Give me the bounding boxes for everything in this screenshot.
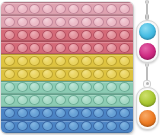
popit-bubble xyxy=(29,17,40,27)
popit-bubble xyxy=(68,4,79,14)
popit-bubble xyxy=(106,121,117,131)
product-photo xyxy=(0,0,160,135)
popit-row-7-mint xyxy=(1,81,133,94)
popit-bubble xyxy=(106,82,117,92)
popit-bubble xyxy=(81,30,92,40)
popit-bubble xyxy=(17,4,28,14)
popit-row-1-pink xyxy=(1,2,133,15)
popit-bubble xyxy=(106,4,117,14)
keychain-chain-bead xyxy=(145,0,149,4)
popit-bubble xyxy=(68,121,79,131)
popit-bubble xyxy=(119,17,130,27)
popit-bubble xyxy=(17,121,28,131)
popit-bubble xyxy=(93,82,104,92)
popit-bubble xyxy=(42,69,53,79)
popit-bubble xyxy=(93,95,104,105)
popit-bubble xyxy=(68,95,79,105)
popit-row-10-blue xyxy=(1,120,133,133)
popit-bubble xyxy=(55,108,66,118)
popit-bubble xyxy=(55,69,66,79)
popit-bubble xyxy=(68,43,79,53)
popit-row-6-yellow xyxy=(1,68,133,81)
popit-bubble xyxy=(93,56,104,66)
popit-bubble xyxy=(17,17,28,27)
popit-bubble xyxy=(29,95,40,105)
popit-bubble xyxy=(17,82,28,92)
popit-bubble xyxy=(4,30,15,40)
popit-bubble xyxy=(119,43,130,53)
popit-bubble xyxy=(81,43,92,53)
popit-bubble xyxy=(81,95,92,105)
keychain-body xyxy=(136,87,159,130)
popit-bubble xyxy=(81,69,92,79)
popit-bubble xyxy=(106,30,117,40)
popit-bubble xyxy=(42,43,53,53)
popit-bubble xyxy=(29,4,40,14)
keychain-bubble-orange xyxy=(139,110,156,127)
popit-bubble xyxy=(4,17,15,27)
popit-bubble xyxy=(42,95,53,105)
popit-bubble xyxy=(119,4,130,14)
popit-bubble xyxy=(68,30,79,40)
popit-bubble xyxy=(17,43,28,53)
popit-bubble xyxy=(81,17,92,27)
popit-bubble xyxy=(93,108,104,118)
popit-row-4-coral xyxy=(1,41,133,54)
popit-bubble xyxy=(55,30,66,40)
popit-bubble xyxy=(68,108,79,118)
popit-bubble xyxy=(4,82,15,92)
popit-bubble xyxy=(119,30,130,40)
popit-bubble xyxy=(4,43,15,53)
popit-bubble xyxy=(93,43,104,53)
keychain-bubble-magenta xyxy=(139,43,156,60)
popit-bubble xyxy=(81,121,92,131)
popit-bubble xyxy=(29,108,40,118)
popit-bubble xyxy=(55,95,66,105)
popit-bubble xyxy=(93,4,104,14)
popit-bubble xyxy=(68,69,79,79)
keychain-hang-hole xyxy=(146,82,149,85)
popit-bubble xyxy=(119,95,130,105)
popit-bubble xyxy=(55,4,66,14)
keychain-chain-bead xyxy=(145,63,149,67)
popit-bubble xyxy=(42,4,53,14)
popit-bubble xyxy=(4,4,15,14)
popit-bubble xyxy=(29,30,40,40)
popit-bubble xyxy=(81,56,92,66)
popit-bubble xyxy=(29,69,40,79)
popit-bubble xyxy=(17,108,28,118)
popit-bubble xyxy=(17,69,28,79)
popit-bubble xyxy=(42,30,53,40)
popit-bubble xyxy=(81,4,92,14)
popit-bubble xyxy=(55,17,66,27)
popit-bubble xyxy=(106,17,117,27)
popit-bubble xyxy=(93,30,104,40)
popit-bubble xyxy=(119,121,130,131)
popit-bubble xyxy=(42,56,53,66)
popit-bubble xyxy=(68,17,79,27)
popit-bubble xyxy=(93,121,104,131)
popit-bubble xyxy=(119,69,130,79)
popit-bubble xyxy=(93,69,104,79)
popit-row-9-blue xyxy=(1,107,133,120)
keychain-bubble-lime xyxy=(139,90,156,107)
popit-row-3-coral xyxy=(1,28,133,41)
keychain-body xyxy=(136,20,159,63)
popit-bubble xyxy=(68,56,79,66)
popit-bubble xyxy=(42,17,53,27)
popit-bubble xyxy=(55,121,66,131)
keychain-bubble-blue xyxy=(139,23,156,40)
popit-bubble xyxy=(68,82,79,92)
popit-bubble xyxy=(106,43,117,53)
popit-bubble xyxy=(106,56,117,66)
popit-bubble xyxy=(119,56,130,66)
popit-bubble xyxy=(81,82,92,92)
popit-row-8-mint xyxy=(1,94,133,107)
popit-bubble xyxy=(29,56,40,66)
popit-bubble xyxy=(4,95,15,105)
popit-row-5-yellow xyxy=(1,54,133,67)
popit-bubble xyxy=(119,108,130,118)
popit-bubble xyxy=(17,30,28,40)
popit-bubble xyxy=(17,95,28,105)
popit-bubble xyxy=(55,56,66,66)
popit-bubble xyxy=(42,121,53,131)
popit-bubble xyxy=(55,82,66,92)
popit-row-2-pink xyxy=(1,15,133,28)
popit-bubble xyxy=(55,43,66,53)
popit-bubble xyxy=(93,17,104,27)
popit-bubble xyxy=(17,56,28,66)
popit-bubble xyxy=(81,108,92,118)
popit-bubble xyxy=(4,69,15,79)
popit-bubble xyxy=(29,43,40,53)
popit-bubble xyxy=(106,69,117,79)
popit-bubble xyxy=(119,82,130,92)
popit-bubble xyxy=(29,82,40,92)
popit-bubble xyxy=(29,121,40,131)
popit-bubble xyxy=(42,82,53,92)
popit-bubble xyxy=(106,95,117,105)
popit-bubble xyxy=(4,121,15,131)
popit-bubble xyxy=(4,56,15,66)
popit-bubble xyxy=(4,108,15,118)
popit-bubble xyxy=(42,108,53,118)
popit-board xyxy=(1,2,133,133)
popit-bubble xyxy=(106,108,117,118)
